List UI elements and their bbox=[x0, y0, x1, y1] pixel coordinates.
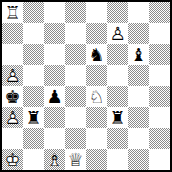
black-piece-silhouette-layer: ♞ bbox=[86, 44, 107, 65]
square-d2[interactable] bbox=[65, 128, 86, 149]
black-knight-e6: ♞ bbox=[86, 44, 107, 65]
square-e8[interactable] bbox=[86, 2, 107, 23]
square-c5[interactable] bbox=[44, 65, 65, 86]
white-piece-outline-layer: ♔ bbox=[2, 149, 23, 170]
black-bishop-g6: ♝ bbox=[128, 44, 149, 65]
white-piece-outline-layer: ♙ bbox=[2, 65, 23, 86]
white-piece-outline-layer: ♖ bbox=[2, 2, 23, 23]
square-g1[interactable] bbox=[128, 149, 149, 170]
square-h6[interactable] bbox=[149, 44, 170, 65]
square-h2[interactable] bbox=[149, 128, 170, 149]
square-h3[interactable] bbox=[149, 107, 170, 128]
white-piece-outline-layer: ♘ bbox=[86, 86, 107, 107]
square-d1[interactable]: ♛♕ bbox=[65, 149, 86, 170]
square-a5[interactable]: ♟♙ bbox=[2, 65, 23, 86]
black-king-a4: ♚ bbox=[2, 86, 23, 107]
white-pawn-a5: ♟♙ bbox=[2, 65, 23, 86]
square-b4[interactable] bbox=[23, 86, 44, 107]
square-c6[interactable] bbox=[44, 44, 65, 65]
white-piece-outline-layer: ♙ bbox=[107, 23, 128, 44]
square-f7[interactable]: ♟♙ bbox=[107, 23, 128, 44]
square-b1[interactable] bbox=[23, 149, 44, 170]
square-h4[interactable] bbox=[149, 86, 170, 107]
black-rook-f3: ♜ bbox=[107, 107, 128, 128]
square-d8[interactable] bbox=[65, 2, 86, 23]
black-piece-silhouette-layer: ♝ bbox=[128, 44, 149, 65]
square-c8[interactable] bbox=[44, 2, 65, 23]
square-g2[interactable] bbox=[128, 128, 149, 149]
square-a8[interactable]: ♜♖ bbox=[2, 2, 23, 23]
square-h5[interactable] bbox=[149, 65, 170, 86]
square-c2[interactable] bbox=[44, 128, 65, 149]
square-c1[interactable]: ♝♗ bbox=[44, 149, 65, 170]
square-e7[interactable] bbox=[86, 23, 107, 44]
white-pawn-a3: ♟♙ bbox=[2, 107, 23, 128]
chess-board: ♜♖♟♙♞♝♟♙♚♟♞♘♟♙♜♜♚♔♝♗♛♕ bbox=[2, 2, 170, 170]
square-f5[interactable] bbox=[107, 65, 128, 86]
square-g8[interactable] bbox=[128, 2, 149, 23]
white-bishop-c1: ♝♗ bbox=[44, 149, 65, 170]
square-e4[interactable]: ♞♘ bbox=[86, 86, 107, 107]
square-h1[interactable] bbox=[149, 149, 170, 170]
square-f4[interactable] bbox=[107, 86, 128, 107]
square-b5[interactable] bbox=[23, 65, 44, 86]
square-e5[interactable] bbox=[86, 65, 107, 86]
square-f8[interactable] bbox=[107, 2, 128, 23]
square-e6[interactable]: ♞ bbox=[86, 44, 107, 65]
square-a2[interactable] bbox=[2, 128, 23, 149]
white-queen-d1: ♛♕ bbox=[65, 149, 86, 170]
square-g3[interactable] bbox=[128, 107, 149, 128]
white-piece-outline-layer: ♙ bbox=[2, 107, 23, 128]
white-piece-outline-layer: ♗ bbox=[44, 149, 65, 170]
white-piece-outline-layer: ♕ bbox=[65, 149, 86, 170]
square-h8[interactable] bbox=[149, 2, 170, 23]
black-pawn-c4: ♟ bbox=[44, 86, 65, 107]
square-h7[interactable] bbox=[149, 23, 170, 44]
square-a3[interactable]: ♟♙ bbox=[2, 107, 23, 128]
chess-board-frame: ♜♖♟♙♞♝♟♙♚♟♞♘♟♙♜♜♚♔♝♗♛♕ bbox=[0, 0, 172, 172]
square-g7[interactable] bbox=[128, 23, 149, 44]
white-knight-e4: ♞♘ bbox=[86, 86, 107, 107]
black-piece-silhouette-layer: ♜ bbox=[23, 107, 44, 128]
square-g4[interactable] bbox=[128, 86, 149, 107]
black-piece-silhouette-layer: ♜ bbox=[107, 107, 128, 128]
square-a6[interactable] bbox=[2, 44, 23, 65]
square-c3[interactable] bbox=[44, 107, 65, 128]
square-b2[interactable] bbox=[23, 128, 44, 149]
square-c4[interactable]: ♟ bbox=[44, 86, 65, 107]
square-d3[interactable] bbox=[65, 107, 86, 128]
square-g5[interactable] bbox=[128, 65, 149, 86]
black-rook-b3: ♜ bbox=[23, 107, 44, 128]
square-e3[interactable] bbox=[86, 107, 107, 128]
square-e1[interactable] bbox=[86, 149, 107, 170]
black-piece-silhouette-layer: ♟ bbox=[44, 86, 65, 107]
square-f3[interactable]: ♜ bbox=[107, 107, 128, 128]
square-d6[interactable] bbox=[65, 44, 86, 65]
square-b6[interactable] bbox=[23, 44, 44, 65]
black-piece-silhouette-layer: ♚ bbox=[2, 86, 23, 107]
square-d4[interactable] bbox=[65, 86, 86, 107]
square-e2[interactable] bbox=[86, 128, 107, 149]
square-a1[interactable]: ♚♔ bbox=[2, 149, 23, 170]
square-c7[interactable] bbox=[44, 23, 65, 44]
square-b7[interactable] bbox=[23, 23, 44, 44]
square-f6[interactable] bbox=[107, 44, 128, 65]
white-king-a1: ♚♔ bbox=[2, 149, 23, 170]
square-f1[interactable] bbox=[107, 149, 128, 170]
square-b3[interactable]: ♜ bbox=[23, 107, 44, 128]
square-a4[interactable]: ♚ bbox=[2, 86, 23, 107]
white-pawn-f7: ♟♙ bbox=[107, 23, 128, 44]
square-d7[interactable] bbox=[65, 23, 86, 44]
square-g6[interactable]: ♝ bbox=[128, 44, 149, 65]
white-rook-a8: ♜♖ bbox=[2, 2, 23, 23]
square-b8[interactable] bbox=[23, 2, 44, 23]
square-f2[interactable] bbox=[107, 128, 128, 149]
square-a7[interactable] bbox=[2, 23, 23, 44]
square-d5[interactable] bbox=[65, 65, 86, 86]
